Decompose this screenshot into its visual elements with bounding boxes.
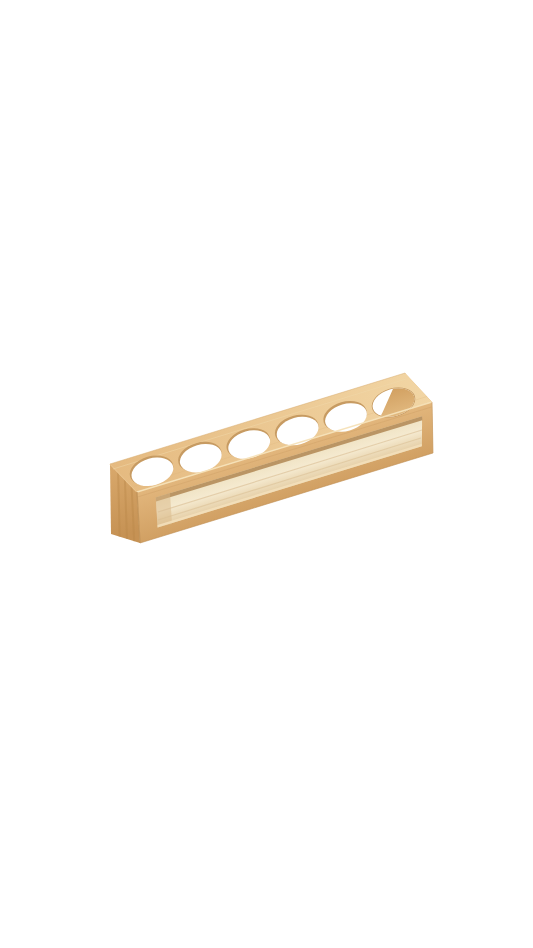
wooden-rack-image (0, 0, 533, 948)
product-photo-canvas (0, 0, 533, 948)
